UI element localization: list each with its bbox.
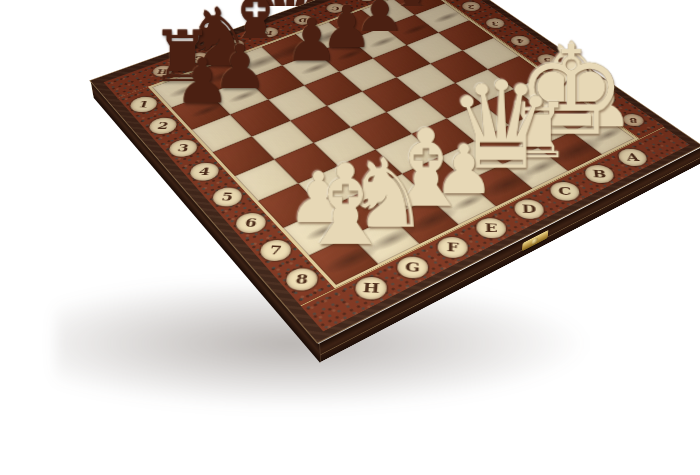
- chess-set-photo: ♟♚♜♛♟♝♞♝♞♟♟♟♟♟♟♟♟♝♛♝♞♜ 1HH12GG23FF34EE45…: [0, 0, 700, 475]
- perspective-wrapper: ♟♚♜♛♟♝♞♝♞♟♟♟♟♟♟♟♟♝♛♝♞♜ 1HH12GG23FF34EE45…: [165, 0, 605, 332]
- white-bishop-icon: ♝: [264, 150, 427, 262]
- black-pawn-icon: ♟: [132, 51, 272, 113]
